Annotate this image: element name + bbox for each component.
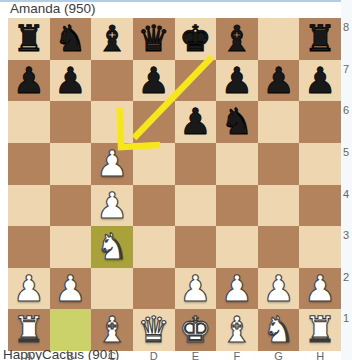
white-king[interactable]: ♚ xyxy=(179,309,211,351)
black-bishop[interactable]: ♝ xyxy=(221,18,253,60)
black-queen[interactable]: ♛ xyxy=(138,18,170,60)
rank-label-2: 2 xyxy=(343,271,352,283)
square-b2[interactable]: ♟ xyxy=(50,268,92,310)
file-label-a: A xyxy=(8,350,50,360)
white-pawn[interactable]: ♟ xyxy=(304,268,336,310)
square-e7[interactable] xyxy=(175,60,217,102)
rank-label-4: 4 xyxy=(343,188,352,200)
square-c4[interactable]: ♟ xyxy=(91,185,133,227)
square-g7[interactable]: ♟ xyxy=(258,60,300,102)
square-b5[interactable] xyxy=(50,143,92,185)
square-h2[interactable]: ♟ xyxy=(299,268,341,310)
square-h6[interactable] xyxy=(299,101,341,143)
white-pawn[interactable]: ♟ xyxy=(262,268,294,310)
square-g8[interactable] xyxy=(258,18,300,60)
file-label-b: B xyxy=(50,350,92,360)
square-a4[interactable] xyxy=(8,185,50,227)
square-g5[interactable] xyxy=(258,143,300,185)
white-pawn[interactable]: ♟ xyxy=(96,143,128,185)
square-h1[interactable]: ♜ xyxy=(299,309,341,351)
square-a5[interactable] xyxy=(8,143,50,185)
square-c5[interactable]: ♟ xyxy=(91,143,133,185)
square-a6[interactable] xyxy=(8,101,50,143)
rank-label-8: 8 xyxy=(343,21,352,33)
square-h7[interactable]: ♟ xyxy=(299,60,341,102)
square-g1[interactable]: ♞ xyxy=(258,309,300,351)
square-c8[interactable]: ♝ xyxy=(91,18,133,60)
black-pawn[interactable]: ♟ xyxy=(54,60,86,102)
square-c7[interactable] xyxy=(91,60,133,102)
square-f3[interactable] xyxy=(216,226,258,268)
file-label-h: H xyxy=(299,350,341,360)
black-pawn[interactable]: ♟ xyxy=(262,60,294,102)
white-knight[interactable]: ♞ xyxy=(262,309,294,351)
square-c2[interactable] xyxy=(91,268,133,310)
white-pawn[interactable]: ♟ xyxy=(13,268,45,310)
square-c3[interactable]: ♞ xyxy=(91,226,133,268)
chess-board[interactable]: ♜♞♝♛♚♝♜♟♟♟♟♟♟♟♞♟♟♞♟♟♟♟♟♟♜♝♛♚♝♞♜ xyxy=(8,18,341,351)
right-margin-panel xyxy=(341,0,352,360)
square-f7[interactable]: ♟ xyxy=(216,60,258,102)
square-a8[interactable]: ♜ xyxy=(8,18,50,60)
white-knight[interactable]: ♞ xyxy=(96,226,128,268)
white-pawn[interactable]: ♟ xyxy=(54,268,86,310)
square-e1[interactable]: ♚ xyxy=(175,309,217,351)
black-rook[interactable]: ♜ xyxy=(13,18,45,60)
square-e4[interactable] xyxy=(175,185,217,227)
square-e2[interactable]: ♟ xyxy=(175,268,217,310)
square-f1[interactable]: ♝ xyxy=(216,309,258,351)
rank-label-1: 1 xyxy=(343,312,352,324)
black-bishop[interactable]: ♝ xyxy=(96,18,128,60)
square-b7[interactable]: ♟ xyxy=(50,60,92,102)
square-g6[interactable] xyxy=(258,101,300,143)
square-b1[interactable] xyxy=(50,309,92,351)
square-d6[interactable] xyxy=(133,101,175,143)
white-rook[interactable]: ♜ xyxy=(13,309,45,351)
square-h4[interactable] xyxy=(299,185,341,227)
player-name-top: Amanda (950) xyxy=(10,1,96,16)
square-d5[interactable] xyxy=(133,143,175,185)
square-g2[interactable]: ♟ xyxy=(258,268,300,310)
square-h3[interactable] xyxy=(299,226,341,268)
square-d8[interactable]: ♛ xyxy=(133,18,175,60)
square-g4[interactable] xyxy=(258,185,300,227)
square-f5[interactable] xyxy=(216,143,258,185)
square-b4[interactable] xyxy=(50,185,92,227)
file-label-e: E xyxy=(175,350,217,360)
file-label-d: D xyxy=(133,350,175,360)
square-b3[interactable] xyxy=(50,226,92,268)
black-pawn[interactable]: ♟ xyxy=(221,60,253,102)
white-rook[interactable]: ♜ xyxy=(304,309,336,351)
square-e5[interactable] xyxy=(175,143,217,185)
square-b8[interactable]: ♞ xyxy=(50,18,92,60)
rank-label-6: 6 xyxy=(343,104,352,116)
black-knight[interactable]: ♞ xyxy=(54,18,86,60)
rank-label-7: 7 xyxy=(343,63,352,75)
white-bishop[interactable]: ♝ xyxy=(221,309,253,351)
square-h5[interactable] xyxy=(299,143,341,185)
square-f2[interactable]: ♟ xyxy=(216,268,258,310)
square-c6[interactable] xyxy=(91,101,133,143)
square-c1[interactable]: ♝ xyxy=(91,309,133,351)
white-pawn[interactable]: ♟ xyxy=(221,268,253,310)
square-e8[interactable]: ♚ xyxy=(175,18,217,60)
square-f8[interactable]: ♝ xyxy=(216,18,258,60)
file-label-f: F xyxy=(216,350,258,360)
white-pawn[interactable]: ♟ xyxy=(179,268,211,310)
square-b6[interactable] xyxy=(50,101,92,143)
square-a3[interactable] xyxy=(8,226,50,268)
file-label-c: C xyxy=(91,350,133,360)
square-d4[interactable] xyxy=(133,185,175,227)
square-e3[interactable] xyxy=(175,226,217,268)
square-h8[interactable]: ♜ xyxy=(299,18,341,60)
rank-label-3: 3 xyxy=(343,229,352,241)
square-a1[interactable]: ♜ xyxy=(8,309,50,351)
square-a2[interactable]: ♟ xyxy=(8,268,50,310)
square-d7[interactable]: ♟ xyxy=(133,60,175,102)
square-a7[interactable]: ♟ xyxy=(8,60,50,102)
black-pawn[interactable]: ♟ xyxy=(13,60,45,102)
white-pawn[interactable]: ♟ xyxy=(96,185,128,227)
square-d1[interactable]: ♛ xyxy=(133,309,175,351)
square-e6[interactable]: ♟ xyxy=(175,101,217,143)
white-bishop[interactable]: ♝ xyxy=(96,309,128,351)
rank-label-5: 5 xyxy=(343,146,352,158)
black-pawn[interactable]: ♟ xyxy=(138,60,170,102)
square-d3[interactable] xyxy=(133,226,175,268)
black-knight[interactable]: ♞ xyxy=(221,101,253,143)
square-f6[interactable]: ♞ xyxy=(216,101,258,143)
square-d2[interactable] xyxy=(133,268,175,310)
black-pawn[interactable]: ♟ xyxy=(304,60,336,102)
square-g3[interactable] xyxy=(258,226,300,268)
file-label-g: G xyxy=(258,350,300,360)
square-f4[interactable] xyxy=(216,185,258,227)
black-king[interactable]: ♚ xyxy=(179,18,211,60)
black-pawn[interactable]: ♟ xyxy=(179,101,211,143)
black-rook[interactable]: ♜ xyxy=(304,18,336,60)
white-queen[interactable]: ♛ xyxy=(138,309,170,351)
